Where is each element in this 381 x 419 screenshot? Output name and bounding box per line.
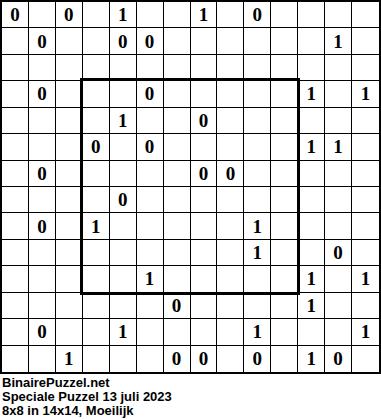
cell-r7c9[interactable] (244, 187, 271, 213)
cell-r2c4[interactable] (110, 55, 137, 81)
cell-r9c2[interactable] (56, 240, 83, 266)
cell-r3c10[interactable] (271, 81, 298, 107)
cell-r0c6[interactable] (164, 2, 191, 28)
cell-r4c1[interactable] (29, 108, 56, 134)
cell-r10c4[interactable] (110, 266, 137, 292)
cell-r3c8[interactable] (217, 81, 244, 107)
cell-r6c1: 0 (29, 161, 56, 187)
cell-r4c8[interactable] (217, 108, 244, 134)
cell-r9c6[interactable] (164, 240, 191, 266)
cell-r7c0[interactable] (2, 187, 29, 213)
board-area: 0011000010011100011000001110111010111100… (0, 0, 381, 374)
cell-r10c1[interactable] (29, 266, 56, 292)
cell-r4c11[interactable] (298, 108, 325, 134)
cell-r0c4: 1 (110, 2, 137, 28)
cell-r13c3[interactable] (83, 346, 110, 372)
cell-r9c4[interactable] (110, 240, 137, 266)
cell-r5c9[interactable] (244, 134, 271, 160)
cell-r5c6[interactable] (164, 134, 191, 160)
cell-r5c0[interactable] (2, 134, 29, 160)
cell-r3c4[interactable] (110, 81, 137, 107)
cell-r0c7: 1 (191, 2, 218, 28)
cell-r1c0[interactable] (2, 28, 29, 54)
cell-r1c12: 1 (325, 28, 352, 54)
cell-r6c2[interactable] (56, 161, 83, 187)
cell-r12c7[interactable] (191, 319, 218, 345)
cell-r3c3[interactable] (83, 81, 110, 107)
cell-r0c10[interactable] (271, 2, 298, 28)
cell-r0c0: 0 (2, 2, 29, 28)
cell-r6c6[interactable] (164, 161, 191, 187)
cell-r3c11: 1 (298, 81, 325, 107)
cell-r7c7[interactable] (191, 187, 218, 213)
cell-r5c13[interactable] (352, 134, 379, 160)
cell-r5c5: 0 (137, 134, 164, 160)
cell-r13c6: 0 (164, 346, 191, 372)
cell-r6c5[interactable] (137, 161, 164, 187)
cell-r4c9[interactable] (244, 108, 271, 134)
cell-r8c10[interactable] (271, 213, 298, 239)
cell-r3c5: 0 (137, 81, 164, 107)
cell-r2c1[interactable] (29, 55, 56, 81)
cell-r10c3[interactable] (83, 266, 110, 292)
cell-r2c0[interactable] (2, 55, 29, 81)
puzzle-board: 0011000010011100011000001110111010111100… (0, 0, 381, 374)
cell-r5c11: 1 (298, 134, 325, 160)
cell-r1c2[interactable] (56, 28, 83, 54)
cell-r2c8[interactable] (217, 55, 244, 81)
cell-r0c12[interactable] (325, 2, 352, 28)
cell-r6c12[interactable] (325, 161, 352, 187)
cell-r11c8[interactable] (217, 293, 244, 319)
cell-r1c9[interactable] (244, 28, 271, 54)
cell-r4c13[interactable] (352, 108, 379, 134)
cell-r6c13[interactable] (352, 161, 379, 187)
cell-r10c2[interactable] (56, 266, 83, 292)
cell-r10c8[interactable] (217, 266, 244, 292)
cell-r6c3[interactable] (83, 161, 110, 187)
cell-r5c2[interactable] (56, 134, 83, 160)
cell-r12c9: 1 (244, 319, 271, 345)
cell-r9c11[interactable] (298, 240, 325, 266)
cell-r10c0[interactable] (2, 266, 29, 292)
cell-r12c10[interactable] (271, 319, 298, 345)
cell-r7c3[interactable] (83, 187, 110, 213)
cell-r7c1[interactable] (29, 187, 56, 213)
cell-r7c2[interactable] (56, 187, 83, 213)
cell-r8c5[interactable] (137, 213, 164, 239)
cell-r8c6[interactable] (164, 213, 191, 239)
cell-r13c7: 0 (191, 346, 218, 372)
cell-r12c13: 1 (352, 319, 379, 345)
cell-r4c5[interactable] (137, 108, 164, 134)
cell-r4c2[interactable] (56, 108, 83, 134)
cell-r13c0[interactable] (2, 346, 29, 372)
cell-r9c5[interactable] (137, 240, 164, 266)
cell-r3c2[interactable] (56, 81, 83, 107)
cell-r11c9[interactable] (244, 293, 271, 319)
cell-r12c3[interactable] (83, 319, 110, 345)
cell-r6c4[interactable] (110, 161, 137, 187)
cell-r2c10[interactable] (271, 55, 298, 81)
cell-r5c1[interactable] (29, 134, 56, 160)
cell-r9c3[interactable] (83, 240, 110, 266)
cell-r9c1[interactable] (29, 240, 56, 266)
cell-r8c0[interactable] (2, 213, 29, 239)
cell-r10c10[interactable] (271, 266, 298, 292)
cell-r11c13[interactable] (352, 293, 379, 319)
cell-r12c4: 1 (110, 319, 137, 345)
cell-r13c5[interactable] (137, 346, 164, 372)
cell-r8c2[interactable] (56, 213, 83, 239)
cell-r0c3[interactable] (83, 2, 110, 28)
cell-r3c13: 1 (352, 81, 379, 107)
cell-r11c3[interactable] (83, 293, 110, 319)
cell-r3c0[interactable] (2, 81, 29, 107)
cell-r0c5[interactable] (137, 2, 164, 28)
cell-r1c1: 0 (29, 28, 56, 54)
cell-r8c1: 0 (29, 213, 56, 239)
cell-r0c9: 0 (244, 2, 271, 28)
cell-r12c2[interactable] (56, 319, 83, 345)
cell-r5c4[interactable] (110, 134, 137, 160)
cell-r1c7[interactable] (191, 28, 218, 54)
puzzle-subtitle: 8x8 in 14x14, Moeilijk (2, 404, 381, 418)
caption: BinairePuzzel.net Speciale Puzzel 13 jul… (0, 374, 381, 418)
cell-r8c8[interactable] (217, 213, 244, 239)
cell-r5c8[interactable] (217, 134, 244, 160)
cell-r7c8[interactable] (217, 187, 244, 213)
cell-r8c4[interactable] (110, 213, 137, 239)
cell-r4c7: 0 (191, 108, 218, 134)
cell-r7c13[interactable] (352, 187, 379, 213)
cell-r12c11[interactable] (298, 319, 325, 345)
cell-r7c4: 0 (110, 187, 137, 213)
cell-r7c12[interactable] (325, 187, 352, 213)
cell-r5c12: 1 (325, 134, 352, 160)
cell-r0c13[interactable] (352, 2, 379, 28)
cell-r4c6[interactable] (164, 108, 191, 134)
cell-r1c5: 0 (137, 28, 164, 54)
cell-r10c12[interactable] (325, 266, 352, 292)
cell-r3c6[interactable] (164, 81, 191, 107)
cell-r3c12[interactable] (325, 81, 352, 107)
cell-r6c8: 0 (217, 161, 244, 187)
cell-r7c5[interactable] (137, 187, 164, 213)
site-name: BinairePuzzel.net (2, 376, 381, 390)
cell-r8c13[interactable] (352, 213, 379, 239)
cell-r11c1[interactable] (29, 293, 56, 319)
cell-r13c13[interactable] (352, 346, 379, 372)
cell-r13c9: 0 (244, 346, 271, 372)
cell-r2c3[interactable] (83, 55, 110, 81)
cell-r12c8[interactable] (217, 319, 244, 345)
cell-r1c11[interactable] (298, 28, 325, 54)
cell-r4c4: 1 (110, 108, 137, 134)
cell-r9c9: 1 (244, 240, 271, 266)
cell-r9c13[interactable] (352, 240, 379, 266)
cell-r13c11: 1 (298, 346, 325, 372)
cell-r12c0[interactable] (2, 319, 29, 345)
cell-r1c4: 0 (110, 28, 137, 54)
cell-r11c4[interactable] (110, 293, 137, 319)
cell-r9c12: 0 (325, 240, 352, 266)
puzzle-title: Speciale Puzzel 13 juli 2023 (2, 390, 381, 404)
cell-r11c5[interactable] (137, 293, 164, 319)
cell-r8c11[interactable] (298, 213, 325, 239)
cell-r2c11[interactable] (298, 55, 325, 81)
cell-r11c6: 0 (164, 293, 191, 319)
cell-r13c4[interactable] (110, 346, 137, 372)
cell-r6c9[interactable] (244, 161, 271, 187)
cell-r6c10[interactable] (271, 161, 298, 187)
cell-r10c7[interactable] (191, 266, 218, 292)
cell-r11c11: 1 (298, 293, 325, 319)
cell-r6c11[interactable] (298, 161, 325, 187)
cell-r7c10[interactable] (271, 187, 298, 213)
cell-r4c3[interactable] (83, 108, 110, 134)
cell-r0c11[interactable] (298, 2, 325, 28)
cell-r9c10[interactable] (271, 240, 298, 266)
cell-r1c6[interactable] (164, 28, 191, 54)
cell-r1c3[interactable] (83, 28, 110, 54)
cell-r3c9[interactable] (244, 81, 271, 107)
cell-r8c7[interactable] (191, 213, 218, 239)
cell-r9c8[interactable] (217, 240, 244, 266)
cell-r11c12[interactable] (325, 293, 352, 319)
cell-r2c5[interactable] (137, 55, 164, 81)
cell-r2c12[interactable] (325, 55, 352, 81)
cell-r2c13[interactable] (352, 55, 379, 81)
cell-r2c6[interactable] (164, 55, 191, 81)
cell-r13c1[interactable] (29, 346, 56, 372)
cell-r11c7[interactable] (191, 293, 218, 319)
cell-r12c1: 0 (29, 319, 56, 345)
cell-r1c13[interactable] (352, 28, 379, 54)
cell-r2c2[interactable] (56, 55, 83, 81)
cell-r10c13: 1 (352, 266, 379, 292)
cell-r10c6[interactable] (164, 266, 191, 292)
cell-r1c8[interactable] (217, 28, 244, 54)
binary-puzzle-page: 0011000010011100011000001110111010111100… (0, 0, 381, 419)
cell-r13c10[interactable] (271, 346, 298, 372)
cell-r4c0[interactable] (2, 108, 29, 134)
cell-r1c10[interactable] (271, 28, 298, 54)
cell-r5c7[interactable] (191, 134, 218, 160)
cell-r11c10[interactable] (271, 293, 298, 319)
cell-r10c11: 1 (298, 266, 325, 292)
cell-r12c12[interactable] (325, 319, 352, 345)
cell-r7c6[interactable] (164, 187, 191, 213)
cell-r4c12[interactable] (325, 108, 352, 134)
cell-r13c12: 0 (325, 346, 352, 372)
cell-r11c0[interactable] (2, 293, 29, 319)
cell-r13c8[interactable] (217, 346, 244, 372)
cell-r0c2: 0 (56, 2, 83, 28)
cell-r10c5: 1 (137, 266, 164, 292)
cell-r2c9[interactable] (244, 55, 271, 81)
cell-r7c11[interactable] (298, 187, 325, 213)
cell-r0c1[interactable] (29, 2, 56, 28)
cell-r8c3: 1 (83, 213, 110, 239)
cell-r12c5[interactable] (137, 319, 164, 345)
cell-r13c2: 1 (56, 346, 83, 372)
cell-r0c8[interactable] (217, 2, 244, 28)
cell-r3c1: 0 (29, 81, 56, 107)
cell-r5c10[interactable] (271, 134, 298, 160)
cell-r10c9[interactable] (244, 266, 271, 292)
cell-r8c9: 1 (244, 213, 271, 239)
cell-r5c3: 0 (83, 134, 110, 160)
cell-r8c12[interactable] (325, 213, 352, 239)
cell-r6c7: 0 (191, 161, 218, 187)
cell-r3c7[interactable] (191, 81, 218, 107)
cell-r2c7[interactable] (191, 55, 218, 81)
cell-r9c0[interactable] (2, 240, 29, 266)
cell-r6c0[interactable] (2, 161, 29, 187)
cell-r11c2[interactable] (56, 293, 83, 319)
cell-r9c7[interactable] (191, 240, 218, 266)
cell-r12c6[interactable] (164, 319, 191, 345)
cell-r4c10[interactable] (271, 108, 298, 134)
